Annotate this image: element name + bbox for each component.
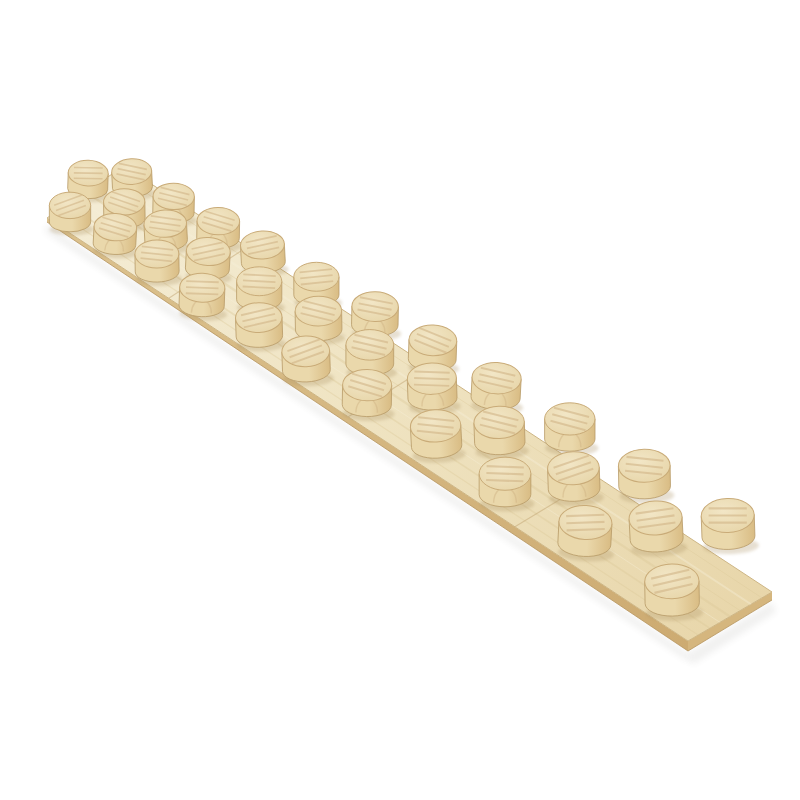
product-photo-canvas (0, 0, 800, 800)
peg-r9-c2 (618, 449, 674, 504)
peg-r9-c0 (479, 457, 534, 511)
peg-r4-c0 (179, 273, 229, 322)
peg-r7-c0 (342, 369, 395, 421)
peg-r1-c0 (49, 192, 93, 235)
pegboard-photo (0, 0, 800, 800)
peg-r10-c2 (701, 498, 760, 556)
peg-r5-c0 (235, 302, 286, 353)
peg-r9-c1 (547, 451, 604, 507)
peg-r8-c2 (545, 403, 599, 456)
peg-r10-c1 (628, 500, 688, 559)
peg-r7-c1 (407, 362, 461, 415)
peg-r11-c0 (644, 563, 703, 621)
peg-r6-c0 (281, 335, 334, 387)
peg-r3-c0 (135, 239, 183, 286)
peg-r8-c1 (473, 405, 529, 460)
